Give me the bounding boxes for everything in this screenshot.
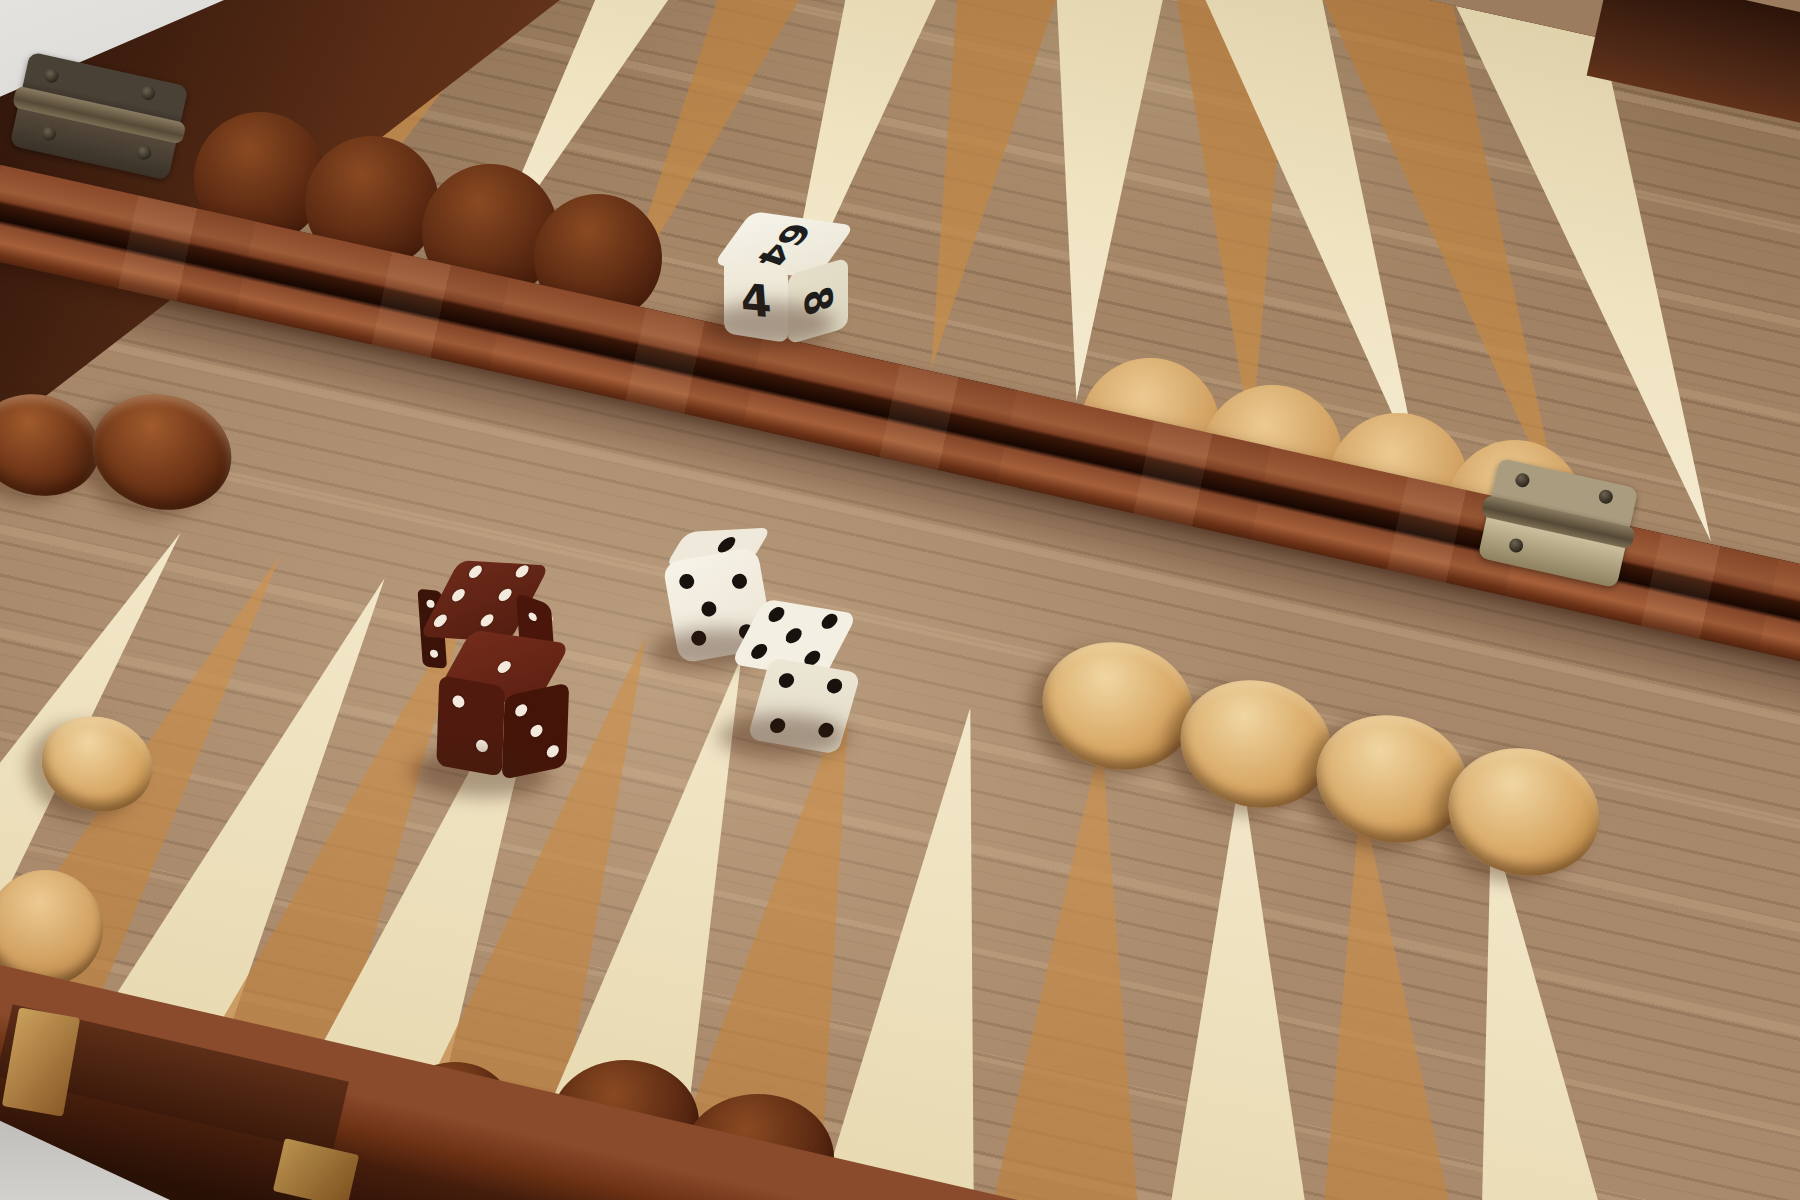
burgundy-die-2 bbox=[425, 633, 580, 798]
white-die-2 bbox=[736, 606, 866, 756]
hinge-screw bbox=[41, 125, 58, 142]
hinge-screw bbox=[44, 67, 61, 84]
hinge-barrel bbox=[1481, 494, 1636, 549]
hinge-screw bbox=[1514, 472, 1531, 489]
backgammon-case-photo: 64 4 8 bbox=[0, 0, 1800, 1200]
hinge-barrel bbox=[12, 86, 187, 144]
doubling-cube: 64 4 8 bbox=[716, 214, 850, 346]
cube-shadow bbox=[704, 302, 834, 346]
hinge-screw bbox=[139, 84, 156, 101]
hinge-screw bbox=[1508, 538, 1525, 555]
hinge-screw bbox=[1598, 489, 1615, 506]
hinge-screw bbox=[136, 145, 153, 162]
die-shadow bbox=[718, 714, 848, 758]
